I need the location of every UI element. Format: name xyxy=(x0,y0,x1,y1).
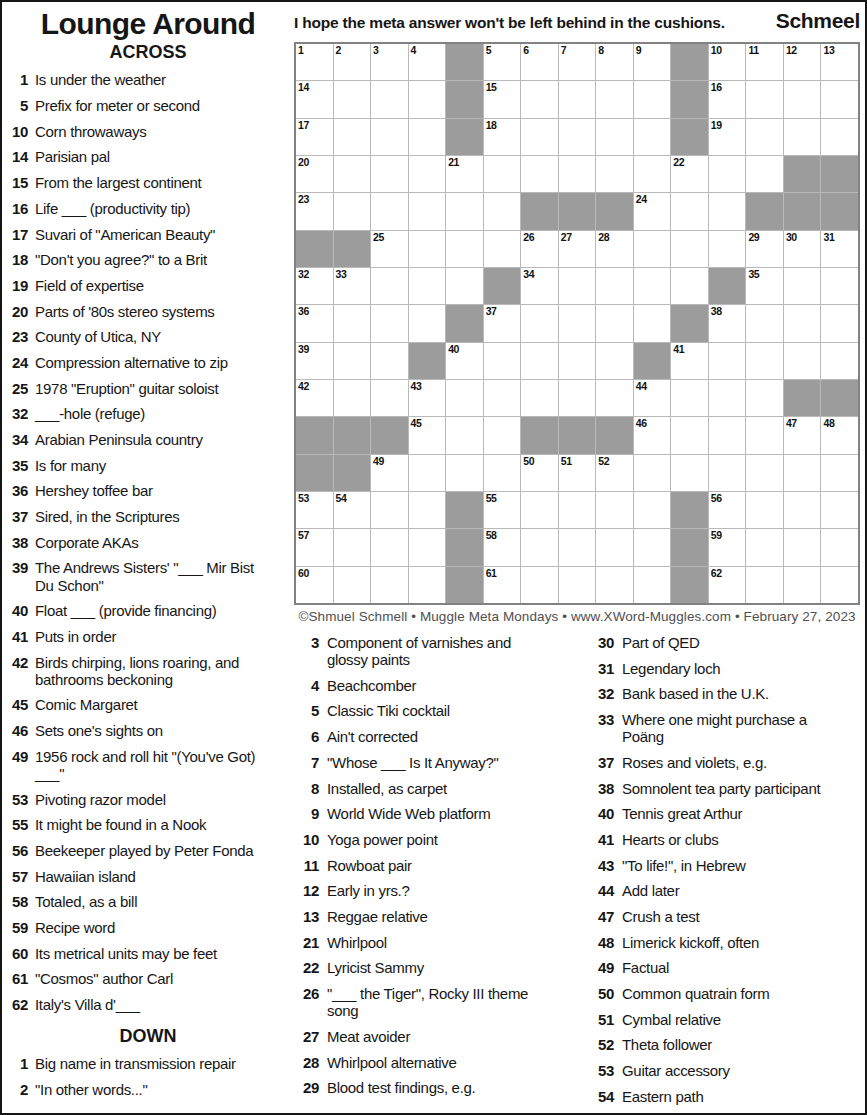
grid-cell[interactable] xyxy=(596,305,633,341)
grid-cell[interactable]: 56 xyxy=(709,492,746,528)
grid-cell[interactable]: 51 xyxy=(559,455,596,491)
clue-number: 37 xyxy=(588,754,614,771)
clue-number: 37 xyxy=(6,508,28,525)
grid-cell[interactable]: 55 xyxy=(484,492,521,528)
down-clue: 47Crush a test xyxy=(588,908,844,925)
cell-number: 12 xyxy=(786,44,797,57)
grid-cell[interactable] xyxy=(484,343,521,379)
down-clue: 10Yoga power point xyxy=(293,831,549,848)
grid-cell[interactable] xyxy=(746,455,783,491)
grid-cell[interactable] xyxy=(634,305,671,341)
cell-number: 45 xyxy=(411,417,422,430)
down-clue: 5Classic Tiki cocktail xyxy=(293,702,549,719)
grid-cell[interactable]: 28 xyxy=(596,231,633,267)
grid-cell[interactable]: 27 xyxy=(559,231,596,267)
down-clue: 26"___ the Tiger", Rocky III theme song xyxy=(293,985,549,1019)
grid-cell[interactable]: 30 xyxy=(784,231,821,267)
down-clue: 1Big name in transmission repair xyxy=(6,1055,290,1072)
grid-cell[interactable]: 4 xyxy=(409,44,446,80)
grid-cell[interactable]: 60 xyxy=(296,567,333,603)
grid-cell[interactable] xyxy=(784,529,821,565)
down-clue: 37Roses and violets, e.g. xyxy=(588,754,844,771)
grid-cell[interactable] xyxy=(409,567,446,603)
grid-cell[interactable]: 44 xyxy=(634,380,671,416)
down-clue: 43"To life!", in Hebrew xyxy=(588,857,844,874)
grid-cell[interactable] xyxy=(521,119,558,155)
clue-number: 10 xyxy=(293,831,319,848)
grid-cell[interactable] xyxy=(634,156,671,192)
clue-number: 28 xyxy=(293,1054,319,1071)
clue-number: 40 xyxy=(6,602,28,619)
grid-cell[interactable] xyxy=(671,231,708,267)
clue-text: Its metrical units may be feet xyxy=(35,945,256,962)
grid-cell[interactable] xyxy=(821,567,858,603)
grid-cell[interactable] xyxy=(821,529,858,565)
grid-cell[interactable]: 40 xyxy=(446,343,483,379)
across-clue: 59Recipe word xyxy=(6,919,290,936)
meta-note: I hope the meta answer won't be left beh… xyxy=(294,14,725,32)
grid-cell[interactable]: 35 xyxy=(746,268,783,304)
grid-cell[interactable] xyxy=(634,529,671,565)
grid-cell[interactable] xyxy=(521,343,558,379)
clue-number: 46 xyxy=(6,722,28,739)
grid-cell[interactable] xyxy=(746,156,783,192)
grid-cell[interactable] xyxy=(746,343,783,379)
grid-cell[interactable] xyxy=(409,529,446,565)
down-clue: 41Hearts or clubs xyxy=(588,831,844,848)
grid-cell[interactable]: 37 xyxy=(484,305,521,341)
clue-text: Suvari of "American Beauty" xyxy=(35,226,256,243)
across-clue: 10Corn throwaways xyxy=(6,123,290,140)
across-clue: 60Its metrical units may be feet xyxy=(6,945,290,962)
grid-cell[interactable] xyxy=(559,156,596,192)
clue-text: Sired, in the Scriptures xyxy=(35,508,256,525)
across-clue: 39The Andrews Sisters' "___ Mir Bist Du … xyxy=(6,559,290,593)
grid-cell[interactable] xyxy=(821,305,858,341)
grid-cell[interactable] xyxy=(521,81,558,117)
grid-cell[interactable] xyxy=(821,268,858,304)
black-cell xyxy=(446,567,483,603)
grid-cell[interactable] xyxy=(746,529,783,565)
grid-cell[interactable] xyxy=(334,156,371,192)
grid-cell[interactable] xyxy=(409,231,446,267)
grid-cell[interactable] xyxy=(446,231,483,267)
grid-cell[interactable] xyxy=(409,455,446,491)
grid-cell[interactable] xyxy=(559,380,596,416)
grid-cell[interactable]: 31 xyxy=(821,231,858,267)
grid-cell[interactable] xyxy=(334,529,371,565)
grid-cell[interactable]: 14 xyxy=(296,81,333,117)
grid-cell[interactable] xyxy=(709,156,746,192)
clue-number: 29 xyxy=(293,1079,319,1096)
clue-text: Pivoting razor model xyxy=(35,791,256,808)
cell-number: 48 xyxy=(823,417,834,430)
grid-cell[interactable] xyxy=(559,529,596,565)
cell-number: 53 xyxy=(298,492,309,505)
grid-cell[interactable]: 38 xyxy=(709,305,746,341)
clue-number: 62 xyxy=(6,996,28,1013)
clue-text: Whirlpool alternative xyxy=(327,1054,544,1071)
grid-cell[interactable] xyxy=(409,305,446,341)
grid-cell[interactable] xyxy=(784,492,821,528)
grid-cell[interactable]: 9 xyxy=(634,44,671,80)
grid-cell[interactable]: 2 xyxy=(334,44,371,80)
grid-cell[interactable] xyxy=(671,268,708,304)
grid-cell[interactable] xyxy=(446,417,483,453)
grid-cell[interactable] xyxy=(409,81,446,117)
cell-number: 16 xyxy=(711,81,722,94)
down-clue: 6Ain't corrected xyxy=(293,728,549,745)
grid-cell[interactable] xyxy=(484,231,521,267)
down-clue: 11Rowboat pair xyxy=(293,857,549,874)
grid-cell[interactable]: 48 xyxy=(821,417,858,453)
grid-cell[interactable] xyxy=(409,156,446,192)
clue-text: The Andrews Sisters' "___ Mir Bist Du Sc… xyxy=(35,559,256,593)
grid-cell[interactable] xyxy=(484,156,521,192)
clue-text: Hershey toffee bar xyxy=(35,482,256,499)
grid-cell[interactable] xyxy=(634,455,671,491)
grid-cell[interactable] xyxy=(784,305,821,341)
down-clue: 53Guitar accessory xyxy=(588,1062,844,1079)
grid-cell[interactable] xyxy=(521,380,558,416)
grid-cell[interactable]: 8 xyxy=(596,44,633,80)
grid-cell[interactable] xyxy=(634,567,671,603)
grid-cell[interactable] xyxy=(409,193,446,229)
clue-text: Where one might purchase a Poäng xyxy=(622,711,839,745)
grid-cell[interactable] xyxy=(784,343,821,379)
cell-number: 59 xyxy=(711,529,722,542)
grid-cell[interactable]: 39 xyxy=(296,343,333,379)
grid-cell[interactable]: 36 xyxy=(296,305,333,341)
grid-cell[interactable] xyxy=(596,529,633,565)
across-clue: 41Puts in order xyxy=(6,628,290,645)
grid-cell[interactable] xyxy=(334,343,371,379)
grid-cell[interactable] xyxy=(521,305,558,341)
cell-number: 57 xyxy=(298,529,309,542)
grid-cell[interactable]: 32 xyxy=(296,268,333,304)
clue-number: 54 xyxy=(588,1088,614,1105)
grid-cell[interactable]: 62 xyxy=(709,567,746,603)
grid-cell[interactable] xyxy=(559,492,596,528)
grid-cell[interactable] xyxy=(334,305,371,341)
grid-cell[interactable] xyxy=(709,193,746,229)
grid-cell[interactable]: 24 xyxy=(634,193,671,229)
grid-cell[interactable] xyxy=(746,119,783,155)
grid-cell[interactable] xyxy=(709,417,746,453)
black-cell xyxy=(821,156,858,192)
grid-cell[interactable] xyxy=(409,119,446,155)
grid-cell[interactable] xyxy=(671,417,708,453)
grid-cell[interactable]: 10 xyxy=(709,44,746,80)
grid-cell[interactable] xyxy=(371,156,408,192)
grid-cell[interactable]: 34 xyxy=(521,268,558,304)
grid-cell[interactable] xyxy=(821,455,858,491)
across-clue: 14Parisian pal xyxy=(6,148,290,165)
grid-cell[interactable] xyxy=(634,492,671,528)
grid-cell[interactable] xyxy=(446,455,483,491)
across-clue: 34Arabian Peninsula country xyxy=(6,431,290,448)
grid-cell[interactable] xyxy=(484,380,521,416)
grid-cell[interactable]: 47 xyxy=(784,417,821,453)
clue-number: 6 xyxy=(293,728,319,745)
grid-cell[interactable]: 49 xyxy=(371,455,408,491)
clue-text: Field of expertise xyxy=(35,277,256,294)
clue-number: 44 xyxy=(588,882,614,899)
grid-cell[interactable] xyxy=(371,380,408,416)
down-clue-list-col3: 30Part of QED31Legendary loch32Bank base… xyxy=(588,634,844,1113)
clue-number: 3 xyxy=(293,634,319,668)
grid-cell[interactable] xyxy=(371,81,408,117)
grid-cell[interactable]: 52 xyxy=(596,455,633,491)
grid-cell[interactable] xyxy=(409,268,446,304)
grid-cell[interactable] xyxy=(596,492,633,528)
clue-text: Corporate AKAs xyxy=(35,534,256,551)
grid-cell[interactable] xyxy=(371,492,408,528)
grid-cell[interactable] xyxy=(634,231,671,267)
black-cell xyxy=(446,492,483,528)
grid-cell[interactable] xyxy=(446,193,483,229)
grid-cell[interactable]: 20 xyxy=(296,156,333,192)
grid-cell[interactable] xyxy=(821,343,858,379)
grid-cell[interactable] xyxy=(596,156,633,192)
across-clue: 57Hawaiian island xyxy=(6,868,290,885)
grid-cell[interactable] xyxy=(559,81,596,117)
grid-cell[interactable]: 13 xyxy=(821,44,858,80)
clue-text: Parisian pal xyxy=(35,148,256,165)
grid-cell[interactable] xyxy=(746,305,783,341)
down-clue: 13Reggae relative xyxy=(293,908,549,925)
clue-number: 41 xyxy=(588,831,614,848)
grid-cell[interactable]: 41 xyxy=(671,343,708,379)
grid-cell[interactable]: 59 xyxy=(709,529,746,565)
grid-cell[interactable]: 18 xyxy=(484,119,521,155)
grid-cell[interactable] xyxy=(596,567,633,603)
cell-number: 9 xyxy=(636,44,641,57)
clue-number: 20 xyxy=(6,303,28,320)
grid-cell[interactable] xyxy=(559,343,596,379)
grid-cell[interactable] xyxy=(484,455,521,491)
grid-cell[interactable] xyxy=(709,231,746,267)
down-clue: 29Blood test findings, e.g. xyxy=(293,1079,549,1096)
grid-cell[interactable] xyxy=(409,492,446,528)
grid-cell[interactable] xyxy=(746,417,783,453)
grid-cell[interactable]: 17 xyxy=(296,119,333,155)
clue-text: Factual xyxy=(622,959,839,976)
clue-number: 42 xyxy=(6,654,28,688)
clue-number: 43 xyxy=(588,857,614,874)
cell-number: 8 xyxy=(598,44,603,57)
cell-number: 14 xyxy=(298,81,309,94)
grid-cell[interactable] xyxy=(371,567,408,603)
grid-cell[interactable]: 25 xyxy=(371,231,408,267)
clue-number: 26 xyxy=(293,985,319,1019)
grid-cell[interactable] xyxy=(746,492,783,528)
grid-cell[interactable] xyxy=(521,156,558,192)
grid-cell[interactable] xyxy=(634,119,671,155)
grid-cell[interactable]: 12 xyxy=(784,44,821,80)
grid-cell[interactable] xyxy=(821,81,858,117)
grid-cell[interactable] xyxy=(334,119,371,155)
clue-text: "Don't you agree?" to a Brit xyxy=(35,251,256,268)
grid-cell[interactable] xyxy=(746,567,783,603)
grid-cell[interactable] xyxy=(634,268,671,304)
black-cell xyxy=(746,193,783,229)
grid-cell[interactable] xyxy=(784,119,821,155)
grid-cell[interactable] xyxy=(596,343,633,379)
grid-cell[interactable] xyxy=(521,492,558,528)
black-cell xyxy=(671,529,708,565)
grid-cell[interactable] xyxy=(671,380,708,416)
cell-number: 37 xyxy=(486,305,497,318)
grid-cell[interactable] xyxy=(746,380,783,416)
grid-cell[interactable]: 50 xyxy=(521,455,558,491)
grid-cell[interactable] xyxy=(334,380,371,416)
clue-text: Crush a test xyxy=(622,908,839,925)
clue-number: 1 xyxy=(6,71,28,88)
cell-number: 26 xyxy=(523,231,534,244)
grid-cell[interactable]: 53 xyxy=(296,492,333,528)
black-cell xyxy=(334,417,371,453)
grid-cell[interactable] xyxy=(334,193,371,229)
cell-number: 4 xyxy=(411,44,416,57)
clue-text: Beachcomber xyxy=(327,677,544,694)
clue-number: 23 xyxy=(6,328,28,345)
cell-number: 61 xyxy=(486,567,497,580)
grid-cell[interactable] xyxy=(784,567,821,603)
grid-cell[interactable]: 26 xyxy=(521,231,558,267)
grid-cell[interactable] xyxy=(559,268,596,304)
grid-cell[interactable]: 11 xyxy=(746,44,783,80)
grid-cell[interactable] xyxy=(484,417,521,453)
cell-number: 33 xyxy=(336,268,347,281)
clue-text: Italy's Villa d'___ xyxy=(35,996,256,1013)
grid-cell[interactable]: 15 xyxy=(484,81,521,117)
black-cell xyxy=(821,193,858,229)
cell-number: 15 xyxy=(486,81,497,94)
grid-cell[interactable] xyxy=(521,529,558,565)
clue-number: 61 xyxy=(6,970,28,987)
clue-number: 51 xyxy=(588,1011,614,1028)
grid-cell[interactable] xyxy=(371,305,408,341)
clue-text: Is under the weather xyxy=(35,71,256,88)
grid-cell[interactable]: 46 xyxy=(634,417,671,453)
across-clue: 32___-hole (refuge) xyxy=(6,405,290,422)
grid-cell[interactable] xyxy=(671,455,708,491)
grid-cell[interactable] xyxy=(709,455,746,491)
down-clue: 48Limerick kickoff, often xyxy=(588,934,844,951)
black-cell xyxy=(671,492,708,528)
black-cell xyxy=(671,567,708,603)
grid-cell[interactable] xyxy=(596,380,633,416)
clue-text: Limerick kickoff, often xyxy=(622,934,839,951)
grid-cell[interactable]: 54 xyxy=(334,492,371,528)
grid-cell[interactable] xyxy=(559,119,596,155)
black-cell xyxy=(371,417,408,453)
grid-cell[interactable]: 43 xyxy=(409,380,446,416)
down-clue: 12Early in yrs.? xyxy=(293,882,549,899)
clue-number: 56 xyxy=(6,842,28,859)
clue-text: Lyricist Sammy xyxy=(327,959,544,976)
black-cell xyxy=(446,119,483,155)
grid-cell[interactable] xyxy=(371,268,408,304)
grid-cell[interactable] xyxy=(484,193,521,229)
grid-cell[interactable]: 23 xyxy=(296,193,333,229)
grid-cell[interactable] xyxy=(334,81,371,117)
clue-text: ___-hole (refuge) xyxy=(35,405,256,422)
grid-cell[interactable] xyxy=(521,567,558,603)
black-cell xyxy=(784,156,821,192)
clue-text: Arabian Peninsula country xyxy=(35,431,256,448)
clue-number: 17 xyxy=(6,226,28,243)
copyright-line: ©Shmuel Schmell • Muggle Meta Mondays • … xyxy=(294,609,860,624)
across-clue: 53Pivoting razor model xyxy=(6,791,290,808)
grid-cell[interactable] xyxy=(371,343,408,379)
grid-cell[interactable]: 6 xyxy=(521,44,558,80)
cell-number: 55 xyxy=(486,492,497,505)
grid-cell[interactable] xyxy=(784,455,821,491)
grid-cell[interactable] xyxy=(334,567,371,603)
down-clue: 28Whirlpool alternative xyxy=(293,1054,549,1071)
grid-cell[interactable]: 7 xyxy=(559,44,596,80)
across-clue: 45Comic Margaret xyxy=(6,696,290,713)
grid-cell[interactable] xyxy=(671,193,708,229)
grid-cell[interactable]: 3 xyxy=(371,44,408,80)
grid-cell[interactable] xyxy=(371,529,408,565)
grid-cell[interactable] xyxy=(371,119,408,155)
grid-cell[interactable]: 5 xyxy=(484,44,521,80)
down-clue-list-col1: 1Big name in transmission repair2"In oth… xyxy=(6,1055,290,1098)
grid-cell[interactable]: 16 xyxy=(709,81,746,117)
grid-cell[interactable] xyxy=(371,193,408,229)
grid-cell[interactable] xyxy=(634,81,671,117)
grid-cell[interactable]: 19 xyxy=(709,119,746,155)
grid-cell[interactable] xyxy=(709,343,746,379)
grid-cell[interactable]: 1 xyxy=(296,44,333,80)
grid-cell[interactable] xyxy=(596,268,633,304)
grid-cell[interactable] xyxy=(821,492,858,528)
grid-cell[interactable]: 29 xyxy=(746,231,783,267)
grid-cell[interactable] xyxy=(559,567,596,603)
clue-text: Tennis great Arthur xyxy=(622,805,839,822)
grid-cell[interactable]: 57 xyxy=(296,529,333,565)
grid-cell[interactable] xyxy=(821,119,858,155)
grid-cell[interactable]: 61 xyxy=(484,567,521,603)
grid-cell[interactable] xyxy=(709,380,746,416)
grid-cell[interactable]: 21 xyxy=(446,156,483,192)
cell-number: 44 xyxy=(636,380,647,393)
grid-cell[interactable]: 42 xyxy=(296,380,333,416)
grid-cell[interactable] xyxy=(446,380,483,416)
across-clue-list: 1Is under the weather5Prefix for meter o… xyxy=(6,71,290,1013)
grid-cell[interactable]: 22 xyxy=(671,156,708,192)
grid-cell[interactable] xyxy=(446,268,483,304)
grid-cell[interactable] xyxy=(746,81,783,117)
black-cell xyxy=(671,305,708,341)
across-clue: 5Prefix for meter or second xyxy=(6,97,290,114)
down-clue: 49Factual xyxy=(588,959,844,976)
grid-cell[interactable]: 58 xyxy=(484,529,521,565)
clue-text: Theta follower xyxy=(622,1036,839,1053)
grid-cell[interactable] xyxy=(596,119,633,155)
grid-cell[interactable] xyxy=(596,81,633,117)
black-cell xyxy=(521,417,558,453)
grid-cell[interactable]: 33 xyxy=(334,268,371,304)
clue-text: Eastern path xyxy=(622,1088,839,1105)
grid-cell[interactable]: 45 xyxy=(409,417,446,453)
grid-cell[interactable] xyxy=(784,81,821,117)
grid-cell[interactable] xyxy=(784,268,821,304)
grid-cell[interactable] xyxy=(559,305,596,341)
